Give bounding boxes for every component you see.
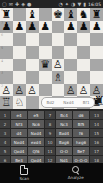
black-piece-b[interactable]: ♝	[66, 9, 76, 20]
move-cell[interactable]: Bxd4	[56, 129, 72, 137]
move-number: 2	[0, 120, 10, 128]
square-g5[interactable]	[77, 46, 90, 59]
status-icons-left: ▢✉✚◈●	[2, 0, 31, 8]
mail-icon: ✉	[9, 0, 13, 8]
black-piece-r[interactable]: ♜	[92, 9, 102, 20]
rank-label: 8	[1, 8, 3, 12]
square-a1[interactable]: 1♖	[0, 96, 13, 109]
move-number: 14	[90, 120, 103, 128]
square-f5[interactable]	[64, 46, 77, 59]
analyze-magnifier-icon	[72, 166, 80, 174]
move-number: 9	[45, 129, 55, 137]
move-number: 13	[90, 111, 103, 119]
app-screen: ▢✉✚◈● ◔✦◑▼▮ 16:05 8♜♝♚♝♞♜7♟♟♟♟♟♟♟654♛♙3♗…	[0, 0, 103, 183]
move-cell[interactable]: Nxd4	[11, 138, 27, 146]
white-piece-p[interactable]: ♙	[79, 85, 89, 96]
move-cell[interactable]: e5	[28, 111, 44, 119]
square-d5[interactable]	[39, 46, 52, 59]
suggestion-move-2[interactable]: Nxd4	[63, 100, 73, 105]
bluetooth-icon: ✦	[65, 0, 69, 8]
move-cell[interactable]: Bf5	[73, 120, 89, 128]
rank-label: 5	[1, 46, 3, 50]
black-piece-p[interactable]: ♟	[40, 21, 50, 32]
black-piece-p[interactable]: ♟	[14, 21, 24, 32]
square-c5[interactable]	[26, 46, 39, 59]
square-f3[interactable]	[64, 71, 77, 84]
move-cell[interactable]: Bxg6	[56, 138, 72, 146]
square-h4[interactable]	[90, 59, 103, 72]
square-g6[interactable]	[77, 33, 90, 46]
analyze-label: Analyze	[68, 175, 84, 180]
move-cell[interactable]: Nc3	[56, 120, 72, 128]
square-g8[interactable]: ♞	[77, 8, 90, 21]
rank-label: 4	[1, 59, 3, 63]
black-piece-q[interactable]: ♛	[40, 59, 50, 70]
move-cell[interactable]: Be7	[73, 147, 89, 155]
status-icons-right: ◔✦◑▼▮ 16:05	[58, 0, 101, 8]
scan-button[interactable]: Scan	[19, 165, 29, 181]
move-number: 10	[45, 138, 55, 146]
status-icons-right-glyphs: ◔✦◑▼▮	[58, 0, 86, 8]
analyze-button[interactable]: Analyze	[68, 166, 84, 180]
square-e3[interactable]: ♗	[52, 71, 65, 84]
square-h3[interactable]	[90, 71, 103, 84]
move-cell[interactable]: hxg6	[73, 138, 89, 146]
move-cell[interactable]: d6	[73, 111, 89, 119]
move-number: 7	[45, 111, 55, 119]
square-c7[interactable]: ♟	[26, 21, 39, 34]
black-piece-p[interactable]: ♟	[27, 21, 37, 32]
move-number: 3	[0, 129, 10, 137]
plus-icon: ✚	[15, 0, 19, 8]
move-cell[interactable]: Nxd4	[28, 129, 44, 137]
square-d4[interactable]: ♛	[39, 59, 52, 72]
square-c8[interactable]: ♝	[26, 8, 39, 21]
suggestion-move-1[interactable]: Bd2	[47, 100, 55, 105]
square-b6[interactable]	[13, 33, 26, 46]
square-h8[interactable]: ♜	[90, 8, 103, 21]
square-a2[interactable]: 2♙	[0, 84, 13, 97]
screenshot-icon: ▢	[2, 0, 7, 8]
move-cell[interactable]: Nc6	[28, 120, 44, 128]
square-h7[interactable]: ♟	[90, 21, 103, 34]
square-c6[interactable]	[26, 33, 39, 46]
square-a6[interactable]: 6	[0, 33, 13, 46]
square-f8[interactable]: ♝	[64, 8, 77, 21]
marker-icon: ◈	[21, 0, 25, 8]
black-piece-p[interactable]: ♟	[92, 21, 102, 32]
white-piece-p[interactable]: ♙	[14, 85, 24, 96]
chess-board[interactable]: 8♜♝♚♝♞♜7♟♟♟♟♟♟♟654♛♙3♗2♙♙♙♙♙♙1♖♘♜	[0, 8, 103, 109]
square-h6[interactable]	[90, 33, 103, 46]
wifi-icon: ▼	[77, 0, 81, 8]
square-e2[interactable]	[52, 84, 65, 97]
square-a3[interactable]: 3	[0, 71, 13, 84]
square-e5[interactable]	[52, 46, 65, 59]
black-rook-h1[interactable]: ♜	[94, 95, 103, 107]
data-icon: ◑	[71, 0, 75, 8]
move-suggestion-overlay[interactable]: Bd2Nxd4Bf1	[41, 97, 95, 108]
white-piece-p[interactable]: ♙	[27, 85, 37, 96]
battery-icon: ▮	[83, 0, 86, 8]
square-a5[interactable]: 5	[0, 46, 13, 59]
suggestion-move-3[interactable]: Bf1	[83, 100, 90, 105]
move-number: 8	[45, 120, 55, 128]
black-piece-n[interactable]: ♞	[79, 9, 89, 20]
square-b3[interactable]	[13, 71, 26, 84]
scan-document-icon	[20, 165, 28, 175]
move-number: 5	[0, 147, 10, 155]
square-a7[interactable]: 7♟	[0, 21, 13, 34]
move-number: 15	[90, 129, 103, 137]
status-bar: ▢✉✚◈● ◔✦◑▼▮ 16:05	[0, 0, 103, 8]
square-b2[interactable]: ♙	[13, 84, 26, 97]
square-a8[interactable]: 8♜	[0, 8, 13, 21]
white-piece-p[interactable]: ♙	[66, 85, 76, 96]
white-piece-b[interactable]: ♗	[53, 72, 63, 83]
square-f2[interactable]: ♙	[64, 84, 77, 97]
move-number: 1	[0, 111, 10, 119]
square-d7[interactable]: ♟	[39, 21, 52, 34]
square-d6[interactable]	[39, 33, 52, 46]
move-number: 17	[90, 147, 103, 155]
square-e4[interactable]: ♙	[52, 59, 65, 72]
move-cell[interactable]: O-O	[56, 147, 72, 155]
move-cell[interactable]: Bc4	[56, 111, 72, 119]
black-piece-p[interactable]: ♟	[79, 21, 89, 32]
move-cell[interactable]: f6	[73, 129, 89, 137]
rank-label: 1	[1, 96, 3, 100]
white-piece-p[interactable]: ♙	[53, 59, 63, 70]
square-a4[interactable]: 4	[0, 59, 13, 72]
move-cell[interactable]: Qf6	[28, 147, 44, 155]
square-e6[interactable]	[52, 33, 65, 46]
move-number: 16	[90, 138, 103, 146]
square-b4[interactable]	[13, 59, 26, 72]
black-piece-b[interactable]: ♝	[27, 9, 37, 20]
white-piece-n[interactable]: ♘	[14, 97, 24, 108]
square-h5[interactable]	[90, 46, 103, 59]
square-e8[interactable]: ♚	[52, 8, 65, 21]
square-g2[interactable]: ♙	[77, 84, 90, 97]
square-g3[interactable]	[77, 71, 90, 84]
square-f6[interactable]	[64, 33, 77, 46]
bottom-nav: Scan Analyze	[0, 163, 103, 183]
square-c1[interactable]	[26, 96, 39, 109]
rank-label: 6	[1, 33, 3, 37]
square-f4[interactable]	[64, 59, 77, 72]
move-cell[interactable]: Nf3	[11, 120, 27, 128]
square-b8[interactable]	[13, 8, 26, 21]
move-cell[interactable]: exd4	[28, 138, 44, 146]
square-d8[interactable]	[39, 8, 52, 21]
rank-label: 2	[1, 84, 3, 88]
move-number: 4	[0, 138, 10, 146]
alarm-icon: ◔	[58, 0, 62, 8]
square-c4[interactable]	[26, 59, 39, 72]
square-f7[interactable]: ♟	[64, 21, 77, 34]
square-b7[interactable]: ♟	[13, 21, 26, 34]
move-number: 11	[45, 147, 55, 155]
person-icon: ●	[27, 0, 31, 8]
move-cell[interactable]: e4	[11, 111, 27, 119]
square-c3[interactable]	[26, 71, 39, 84]
move-cell[interactable]: d4	[11, 129, 27, 137]
square-e7[interactable]	[52, 21, 65, 34]
move-list-table[interactable]: 1e4e57Bc4d6132Nf3Nc68Nc3Bf5143d4Nxd49Bxd…	[0, 110, 103, 163]
square-c2[interactable]: ♙	[26, 84, 39, 97]
square-g7[interactable]: ♟	[77, 21, 90, 34]
square-d3[interactable]	[39, 71, 52, 84]
scan-label: Scan	[19, 176, 29, 181]
square-d2[interactable]	[39, 84, 52, 97]
square-b1[interactable]: ♘	[13, 96, 26, 109]
rank-label: 3	[1, 71, 3, 75]
black-piece-k[interactable]: ♚	[53, 9, 63, 20]
square-b5[interactable]	[13, 46, 26, 59]
black-piece-p[interactable]: ♟	[66, 21, 76, 32]
move-cell[interactable]: Qxd4	[11, 147, 27, 155]
rank-label: 7	[1, 21, 3, 25]
square-g4[interactable]	[77, 59, 90, 72]
status-time: 16:05	[88, 2, 101, 7]
